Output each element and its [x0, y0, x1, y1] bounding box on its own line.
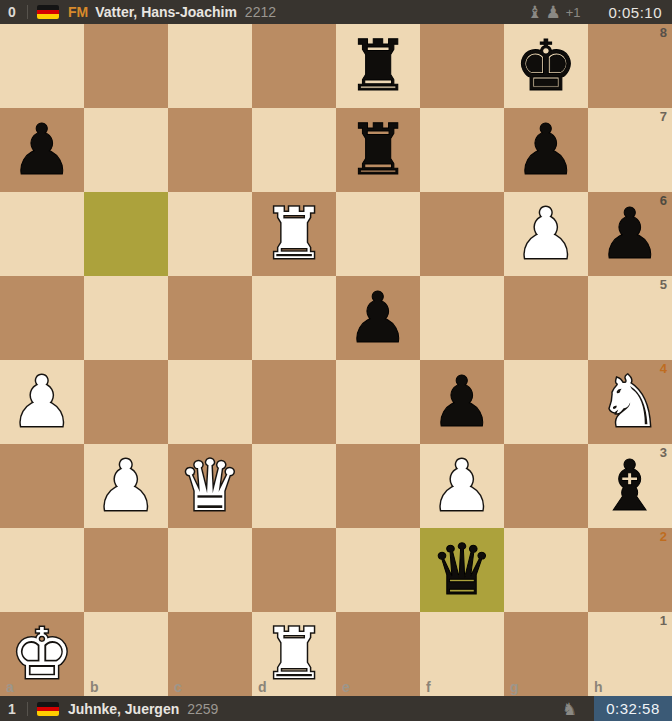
rank-label-1: 1	[660, 614, 667, 627]
piece-black-pawn: ♟	[515, 108, 578, 192]
square-c2[interactable]	[168, 528, 252, 612]
material-advantage: +1	[566, 5, 581, 20]
piece-black-king: ♚	[515, 24, 578, 108]
piece-white-rook: ♜	[263, 192, 326, 276]
piece-black-pawn: ♟	[11, 108, 74, 192]
chess-app: 0 FM Vatter, Hans-Joachim 2212 ♝ ♟ +1 0:…	[0, 0, 672, 721]
piece-white-pawn: ♟	[431, 444, 494, 528]
square-b3[interactable]: ♟	[84, 444, 168, 528]
square-b5[interactable]	[84, 276, 168, 360]
square-b7[interactable]	[84, 108, 168, 192]
rank-label-7: 7	[660, 110, 667, 123]
square-f3[interactable]: ♟	[420, 444, 504, 528]
square-f4[interactable]: ♟	[420, 360, 504, 444]
file-label-a: a	[6, 680, 14, 694]
square-b1[interactable]: b	[84, 612, 168, 696]
square-h3[interactable]: ♝3	[588, 444, 672, 528]
square-h8[interactable]: 8	[588, 24, 672, 108]
square-d1[interactable]: ♜d	[252, 612, 336, 696]
square-a3[interactable]	[0, 444, 84, 528]
top-player-bar: 0 FM Vatter, Hans-Joachim 2212 ♝ ♟ +1 0:…	[0, 0, 672, 24]
captured-knight-icon: ♞	[562, 697, 577, 721]
square-g7[interactable]: ♟	[504, 108, 588, 192]
bottom-player-bar: 1 Juhnke, Juergen 2259 ♞ 0:32:58	[0, 696, 672, 721]
square-e2[interactable]	[336, 528, 420, 612]
square-a1[interactable]: ♚a	[0, 612, 84, 696]
square-g4[interactable]	[504, 360, 588, 444]
square-b2[interactable]	[84, 528, 168, 612]
bottom-player-name: Juhnke, Juergen	[68, 701, 179, 717]
square-c1[interactable]: c	[168, 612, 252, 696]
square-c7[interactable]	[168, 108, 252, 192]
square-a4[interactable]: ♟	[0, 360, 84, 444]
square-c3[interactable]: ♛	[168, 444, 252, 528]
piece-white-pawn: ♟	[515, 192, 578, 276]
top-score: 0	[0, 4, 24, 20]
piece-black-pawn: ♟	[347, 276, 410, 360]
square-d7[interactable]	[252, 108, 336, 192]
square-c4[interactable]	[168, 360, 252, 444]
square-a7[interactable]: ♟	[0, 108, 84, 192]
chess-board: ♜♚8♟♜♟7♜♟♟6♟5♟♟♞4♟♛♟♝3♛2♚abc♜defg1h	[0, 24, 672, 696]
square-g3[interactable]	[504, 444, 588, 528]
square-d3[interactable]	[252, 444, 336, 528]
piece-white-rook: ♜	[263, 612, 326, 696]
square-d8[interactable]	[252, 24, 336, 108]
rank-label-6: 6	[660, 194, 667, 207]
square-g2[interactable]	[504, 528, 588, 612]
square-f7[interactable]	[420, 108, 504, 192]
square-f1[interactable]: f	[420, 612, 504, 696]
square-a6[interactable]	[0, 192, 84, 276]
square-b8[interactable]	[84, 24, 168, 108]
square-f2[interactable]: ♛	[420, 528, 504, 612]
square-a5[interactable]	[0, 276, 84, 360]
captured-pawn-icon: ♟	[545, 0, 560, 24]
square-a8[interactable]	[0, 24, 84, 108]
rank-label-8: 8	[660, 26, 667, 39]
piece-white-pawn: ♟	[95, 444, 158, 528]
square-c5[interactable]	[168, 276, 252, 360]
piece-black-bishop: ♝	[599, 444, 662, 528]
square-d2[interactable]	[252, 528, 336, 612]
divider	[27, 702, 28, 716]
rank-label-2: 2	[660, 530, 667, 543]
piece-black-rook: ♜	[347, 108, 410, 192]
square-e8[interactable]: ♜	[336, 24, 420, 108]
top-player-name: Vatter, Hans-Joachim	[95, 4, 237, 20]
file-label-h: h	[594, 680, 603, 694]
piece-black-pawn: ♟	[431, 360, 494, 444]
file-label-g: g	[510, 680, 519, 694]
piece-white-pawn: ♟	[11, 360, 74, 444]
captured-bishop-icon: ♝	[527, 0, 542, 24]
file-label-f: f	[426, 680, 431, 694]
piece-white-knight: ♞	[599, 360, 662, 444]
square-g8[interactable]: ♚	[504, 24, 588, 108]
rank-label-4: 4	[660, 362, 667, 375]
file-label-e: e	[342, 680, 350, 694]
square-e4[interactable]	[336, 360, 420, 444]
square-f5[interactable]	[420, 276, 504, 360]
german-flag-icon	[37, 5, 59, 19]
square-h6[interactable]: ♟6	[588, 192, 672, 276]
square-b4[interactable]	[84, 360, 168, 444]
square-e7[interactable]: ♜	[336, 108, 420, 192]
square-e1[interactable]: e	[336, 612, 420, 696]
file-label-d: d	[258, 680, 267, 694]
square-g5[interactable]	[504, 276, 588, 360]
top-player-title: FM	[68, 4, 88, 20]
square-b6[interactable]	[84, 192, 168, 276]
german-flag-icon	[37, 702, 59, 716]
square-d5[interactable]	[252, 276, 336, 360]
square-h4[interactable]: ♞4	[588, 360, 672, 444]
square-c6[interactable]	[168, 192, 252, 276]
square-e6[interactable]	[336, 192, 420, 276]
square-c8[interactable]	[168, 24, 252, 108]
square-g1[interactable]: g	[504, 612, 588, 696]
square-e3[interactable]	[336, 444, 420, 528]
square-d4[interactable]	[252, 360, 336, 444]
top-player-rating: 2212	[245, 4, 276, 20]
rank-label-3: 3	[660, 446, 667, 459]
bottom-player-rating: 2259	[187, 701, 218, 717]
square-d6[interactable]: ♜	[252, 192, 336, 276]
bottom-score: 1	[0, 701, 24, 717]
square-f8[interactable]	[420, 24, 504, 108]
square-h7[interactable]: 7	[588, 108, 672, 192]
rank-label-5: 5	[660, 278, 667, 291]
piece-black-rook: ♜	[347, 24, 410, 108]
piece-black-pawn: ♟	[599, 192, 662, 276]
square-g6[interactable]: ♟	[504, 192, 588, 276]
piece-white-king: ♚	[11, 612, 74, 696]
file-label-c: c	[174, 680, 182, 694]
square-h5[interactable]: 5	[588, 276, 672, 360]
square-f6[interactable]	[420, 192, 504, 276]
file-label-b: b	[90, 680, 99, 694]
square-h1[interactable]: 1h	[588, 612, 672, 696]
top-player-clock: 0:05:10	[598, 0, 672, 24]
bottom-player-clock: 0:32:58	[594, 696, 672, 721]
piece-white-queen: ♛	[179, 444, 242, 528]
square-e5[interactable]: ♟	[336, 276, 420, 360]
square-h2[interactable]: 2	[588, 528, 672, 612]
piece-black-queen: ♛	[431, 528, 494, 612]
divider	[27, 5, 28, 19]
square-a2[interactable]	[0, 528, 84, 612]
